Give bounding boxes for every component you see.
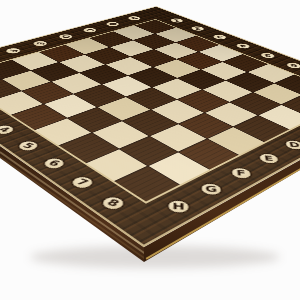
coord-label-upper-right-6: 6 xyxy=(285,62,300,69)
coord-label-upper-left-f: F xyxy=(4,48,23,55)
coord-label-lower-right-d: D xyxy=(283,140,300,151)
coord-label-lower-right-f: F xyxy=(230,167,253,179)
coord-label-lower-left-7: 7 xyxy=(67,174,98,191)
coord-label-lower-left-6: 6 xyxy=(39,156,69,171)
coord-label-upper-right-4: 4 xyxy=(235,43,251,49)
coord-label-lower-right-e: E xyxy=(258,153,281,165)
coord-label-upper-right-1: 1 xyxy=(170,18,184,23)
coord-label-upper-left-c: C xyxy=(82,27,98,33)
chessboard-top: 1234567812345678ABCDEFGHABCDEFGH xyxy=(0,6,300,247)
coord-label-lower-left-8: 8 xyxy=(97,194,129,212)
coord-label-upper-left-a: A xyxy=(127,16,141,21)
chessboard-product-photo: 1234567812345678ABCDEFGHABCDEFGH xyxy=(0,0,300,300)
coord-label-lower-left-5: 5 xyxy=(14,139,43,153)
coord-label-lower-left-4: 4 xyxy=(0,123,18,136)
coord-label-lower-right-g: G xyxy=(200,183,223,196)
coord-label-upper-left-b: B xyxy=(105,21,120,26)
coord-label-upper-right-2: 2 xyxy=(191,26,205,32)
coord-label-lower-right-h: H xyxy=(167,199,190,214)
coord-label-upper-right-5: 5 xyxy=(259,52,276,59)
board-field xyxy=(0,19,300,204)
coord-label-upper-left-d: D xyxy=(57,34,74,40)
coord-label-upper-right-3: 3 xyxy=(212,34,227,40)
coord-label-upper-left-e: E xyxy=(31,40,49,46)
